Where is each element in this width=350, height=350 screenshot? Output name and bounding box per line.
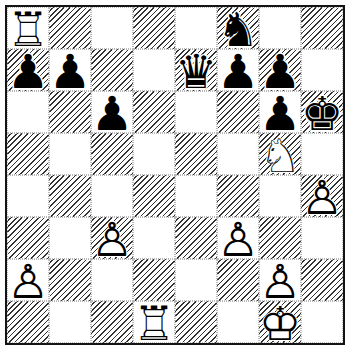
black-pawn-glyph: ♟ (7, 50, 49, 92)
square-b5[interactable] (49, 133, 91, 175)
square-f7[interactable]: ♟ (217, 49, 259, 91)
square-d5[interactable] (133, 133, 175, 175)
square-d2[interactable] (133, 259, 175, 301)
white-knight-glyph: ♘ (259, 134, 301, 176)
black-pawn: ♟ (49, 49, 91, 91)
black-queen-glyph: ♛ (175, 50, 217, 92)
white-pawn-glyph: ♙ (7, 260, 49, 302)
square-e2[interactable] (175, 259, 217, 301)
square-a5[interactable] (7, 133, 49, 175)
black-pawn: ♟ (91, 91, 133, 133)
white-rook-glyph: ♖ (133, 302, 175, 344)
square-h5[interactable] (301, 133, 343, 175)
white-pawn: ♟♙ (91, 217, 133, 259)
square-g3[interactable] (259, 217, 301, 259)
square-e3[interactable] (175, 217, 217, 259)
square-d1[interactable]: ♜♖ (133, 301, 175, 343)
square-a6[interactable] (7, 91, 49, 133)
white-pawn: ♟♙ (259, 259, 301, 301)
black-pawn-glyph: ♟ (217, 50, 259, 92)
white-knight: ♞♘ (259, 133, 301, 175)
square-h1[interactable] (301, 301, 343, 343)
square-a8[interactable]: ♜♖ (7, 7, 49, 49)
square-b3[interactable] (49, 217, 91, 259)
black-queen: ♛ (175, 49, 217, 91)
white-king-glyph: ♔ (259, 302, 301, 344)
square-a7[interactable]: ♟ (7, 49, 49, 91)
square-f2[interactable] (217, 259, 259, 301)
square-g8[interactable] (259, 7, 301, 49)
square-e4[interactable] (175, 175, 217, 217)
square-b1[interactable] (49, 301, 91, 343)
square-h3[interactable] (301, 217, 343, 259)
square-g7[interactable]: ♟ (259, 49, 301, 91)
square-d6[interactable] (133, 91, 175, 133)
square-c1[interactable] (91, 301, 133, 343)
square-f3[interactable]: ♟♙ (217, 217, 259, 259)
square-c6[interactable]: ♟ (91, 91, 133, 133)
black-knight: ♞ (217, 7, 259, 49)
square-a3[interactable] (7, 217, 49, 259)
black-king-glyph: ♚ (301, 92, 343, 134)
square-h7[interactable] (301, 49, 343, 91)
square-f4[interactable] (217, 175, 259, 217)
square-a2[interactable]: ♟♙ (7, 259, 49, 301)
square-a4[interactable] (7, 175, 49, 217)
white-rook: ♜♖ (133, 301, 175, 343)
white-pawn: ♟♙ (301, 175, 343, 217)
square-g4[interactable] (259, 175, 301, 217)
square-c3[interactable]: ♟♙ (91, 217, 133, 259)
black-pawn: ♟ (259, 91, 301, 133)
square-a1[interactable] (7, 301, 49, 343)
white-pawn-glyph: ♙ (301, 176, 343, 218)
square-d8[interactable] (133, 7, 175, 49)
square-b7[interactable]: ♟ (49, 49, 91, 91)
square-c7[interactable] (91, 49, 133, 91)
black-pawn: ♟ (7, 49, 49, 91)
square-c2[interactable] (91, 259, 133, 301)
square-c5[interactable] (91, 133, 133, 175)
white-rook: ♜♖ (7, 7, 49, 49)
square-e1[interactable] (175, 301, 217, 343)
white-pawn: ♟♙ (217, 217, 259, 259)
square-g2[interactable]: ♟♙ (259, 259, 301, 301)
square-c8[interactable] (91, 7, 133, 49)
square-e8[interactable] (175, 7, 217, 49)
square-h8[interactable] (301, 7, 343, 49)
square-g6[interactable]: ♟ (259, 91, 301, 133)
square-d3[interactable] (133, 217, 175, 259)
square-d4[interactable] (133, 175, 175, 217)
black-king: ♚ (301, 91, 343, 133)
square-d7[interactable] (133, 49, 175, 91)
square-f1[interactable] (217, 301, 259, 343)
black-pawn-glyph: ♟ (91, 92, 133, 134)
chess-board: ♜♖♞♟♟♛♟♟♟♟♚♞♘♟♙♟♙♟♙♟♙♟♙♜♖♚♔ (7, 7, 343, 343)
square-c4[interactable] (91, 175, 133, 217)
square-e7[interactable]: ♛ (175, 49, 217, 91)
white-pawn-glyph: ♙ (217, 218, 259, 260)
square-h4[interactable]: ♟♙ (301, 175, 343, 217)
square-e5[interactable] (175, 133, 217, 175)
black-pawn-glyph: ♟ (49, 50, 91, 92)
white-king: ♚♔ (259, 301, 301, 343)
white-pawn-glyph: ♙ (91, 218, 133, 260)
square-f8[interactable]: ♞ (217, 7, 259, 49)
square-f5[interactable] (217, 133, 259, 175)
square-f6[interactable] (217, 91, 259, 133)
square-b8[interactable] (49, 7, 91, 49)
white-pawn: ♟♙ (7, 259, 49, 301)
square-g5[interactable]: ♞♘ (259, 133, 301, 175)
square-h2[interactable] (301, 259, 343, 301)
chess-board-frame: ♜♖♞♟♟♛♟♟♟♟♚♞♘♟♙♟♙♟♙♟♙♟♙♜♖♚♔ (5, 5, 345, 345)
square-b6[interactable] (49, 91, 91, 133)
square-e6[interactable] (175, 91, 217, 133)
square-b2[interactable] (49, 259, 91, 301)
square-b4[interactable] (49, 175, 91, 217)
black-pawn: ♟ (217, 49, 259, 91)
black-pawn: ♟ (259, 49, 301, 91)
square-g1[interactable]: ♚♔ (259, 301, 301, 343)
square-h6[interactable]: ♚ (301, 91, 343, 133)
